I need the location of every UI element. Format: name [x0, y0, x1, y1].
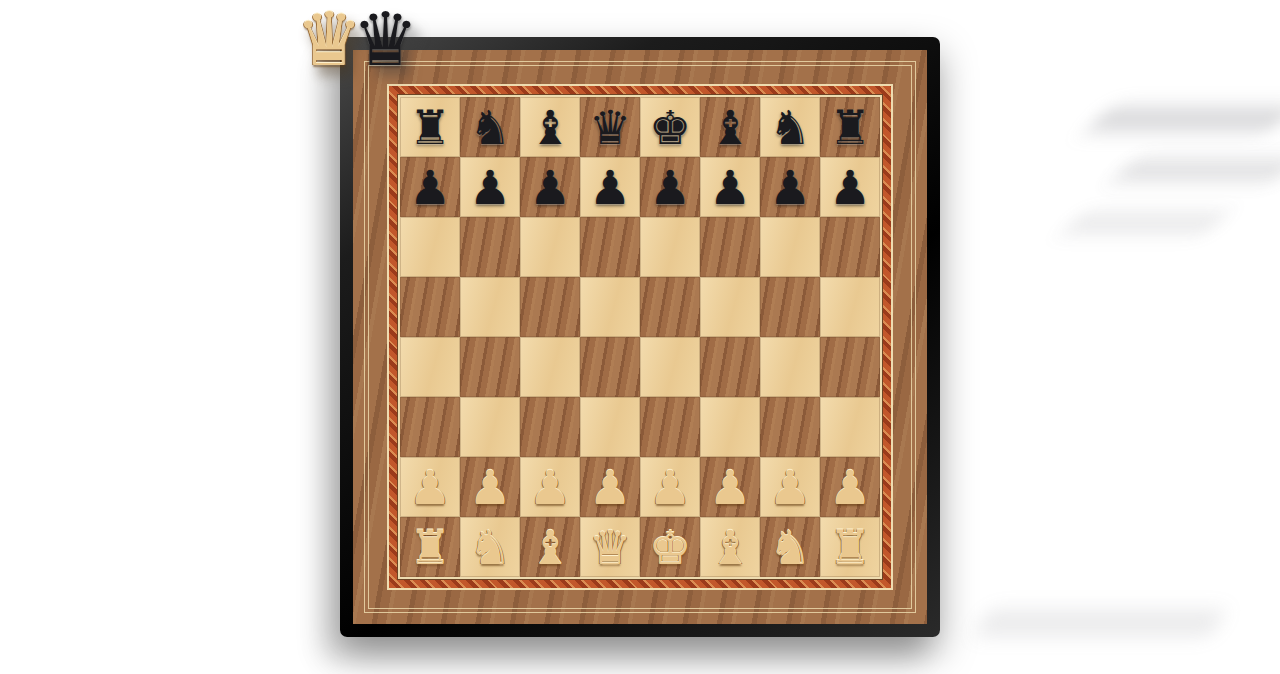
square-g6	[760, 217, 820, 277]
square-c1: ♝	[520, 517, 580, 577]
square-g4	[760, 337, 820, 397]
square-b3	[460, 397, 520, 457]
white-knight: ♞	[760, 517, 820, 577]
white-bishop: ♝	[700, 517, 760, 577]
square-a3	[400, 397, 460, 457]
square-a8: ♜	[400, 97, 460, 157]
piece-cast-shadow	[1087, 108, 1280, 130]
square-e8: ♚	[640, 97, 700, 157]
white-rook: ♜	[400, 517, 460, 577]
square-h8: ♜	[820, 97, 880, 157]
square-c5	[520, 277, 580, 337]
square-d3	[580, 397, 640, 457]
square-e4	[640, 337, 700, 397]
square-d5	[580, 277, 640, 337]
red-inlay-band: ♜♞♝♛♚♝♞♜♟♟♟♟♟♟♟♟♟♟♟♟♟♟♟♟♜♞♝♛♚♝♞♜	[387, 84, 893, 590]
black-pawn: ♟	[580, 157, 640, 217]
square-f7: ♟	[700, 157, 760, 217]
board-cast-shadow	[975, 610, 1224, 636]
square-g1: ♞	[760, 517, 820, 577]
black-pawn: ♟	[640, 157, 700, 217]
black-rook: ♜	[820, 97, 880, 157]
black-knight: ♞	[760, 97, 820, 157]
square-b5	[460, 277, 520, 337]
square-e1: ♚	[640, 517, 700, 577]
square-e3	[640, 397, 700, 457]
black-bishop: ♝	[520, 97, 580, 157]
square-h3	[820, 397, 880, 457]
black-rook: ♜	[400, 97, 460, 157]
square-h1: ♜	[820, 517, 880, 577]
square-c4	[520, 337, 580, 397]
black-pawn: ♟	[460, 157, 520, 217]
square-f4	[700, 337, 760, 397]
square-g8: ♞	[760, 97, 820, 157]
square-c3	[520, 397, 580, 457]
square-h4	[820, 337, 880, 397]
square-b8: ♞	[460, 97, 520, 157]
black-knight: ♞	[460, 97, 520, 157]
piece-cast-shadow	[1112, 160, 1280, 180]
square-f8: ♝	[700, 97, 760, 157]
square-h7: ♟	[820, 157, 880, 217]
square-c6	[520, 217, 580, 277]
product-photo-scene: ♛ ♛ ♜♞♝♛♚♝♞♜♟♟♟♟♟♟♟♟♟♟♟♟♟♟♟♟♜♞♝♛♚♝♞♜	[0, 0, 1280, 674]
square-f6	[700, 217, 760, 277]
square-h2: ♟	[820, 457, 880, 517]
white-rook: ♜	[820, 517, 880, 577]
black-pawn: ♟	[520, 157, 580, 217]
square-a5	[400, 277, 460, 337]
chess-board: ♜♞♝♛♚♝♞♜♟♟♟♟♟♟♟♟♟♟♟♟♟♟♟♟♜♞♝♛♚♝♞♜	[340, 37, 940, 637]
white-pawn: ♟	[460, 457, 520, 517]
square-f2: ♟	[700, 457, 760, 517]
white-pawn: ♟	[760, 457, 820, 517]
white-bishop: ♝	[520, 517, 580, 577]
black-pawn: ♟	[700, 157, 760, 217]
black-bishop: ♝	[700, 97, 760, 157]
square-a2: ♟	[400, 457, 460, 517]
white-pawn: ♟	[580, 457, 640, 517]
square-b6	[460, 217, 520, 277]
square-c8: ♝	[520, 97, 580, 157]
square-e7: ♟	[640, 157, 700, 217]
white-queen: ♛	[580, 517, 640, 577]
board-grid: ♜♞♝♛♚♝♞♜♟♟♟♟♟♟♟♟♟♟♟♟♟♟♟♟♜♞♝♛♚♝♞♜	[398, 95, 882, 579]
black-queen: ♛	[580, 97, 640, 157]
square-c2: ♟	[520, 457, 580, 517]
square-g5	[760, 277, 820, 337]
piece-cast-shadow	[1063, 214, 1227, 232]
white-pawn: ♟	[400, 457, 460, 517]
square-d2: ♟	[580, 457, 640, 517]
black-pawn: ♟	[760, 157, 820, 217]
square-c7: ♟	[520, 157, 580, 217]
white-pawn: ♟	[640, 457, 700, 517]
black-pawn: ♟	[820, 157, 880, 217]
white-pawn: ♟	[820, 457, 880, 517]
square-g7: ♟	[760, 157, 820, 217]
square-e5	[640, 277, 700, 337]
white-pawn: ♟	[520, 457, 580, 517]
square-d6	[580, 217, 640, 277]
square-d7: ♟	[580, 157, 640, 217]
square-e2: ♟	[640, 457, 700, 517]
square-b2: ♟	[460, 457, 520, 517]
square-f5	[700, 277, 760, 337]
square-b4	[460, 337, 520, 397]
square-e6	[640, 217, 700, 277]
square-d8: ♛	[580, 97, 640, 157]
white-king: ♚	[640, 517, 700, 577]
square-h5	[820, 277, 880, 337]
square-h6	[820, 217, 880, 277]
square-a4	[400, 337, 460, 397]
square-b1: ♞	[460, 517, 520, 577]
square-b7: ♟	[460, 157, 520, 217]
square-f3	[700, 397, 760, 457]
square-g3	[760, 397, 820, 457]
square-f1: ♝	[700, 517, 760, 577]
square-d1: ♛	[580, 517, 640, 577]
walnut-frame: ♜♞♝♛♚♝♞♜♟♟♟♟♟♟♟♟♟♟♟♟♟♟♟♟♜♞♝♛♚♝♞♜	[353, 50, 927, 624]
square-a7: ♟	[400, 157, 460, 217]
black-pawn: ♟	[400, 157, 460, 217]
square-a6	[400, 217, 460, 277]
white-knight: ♞	[460, 517, 520, 577]
square-a1: ♜	[400, 517, 460, 577]
square-g2: ♟	[760, 457, 820, 517]
square-d4	[580, 337, 640, 397]
white-pawn: ♟	[700, 457, 760, 517]
black-king: ♚	[640, 97, 700, 157]
